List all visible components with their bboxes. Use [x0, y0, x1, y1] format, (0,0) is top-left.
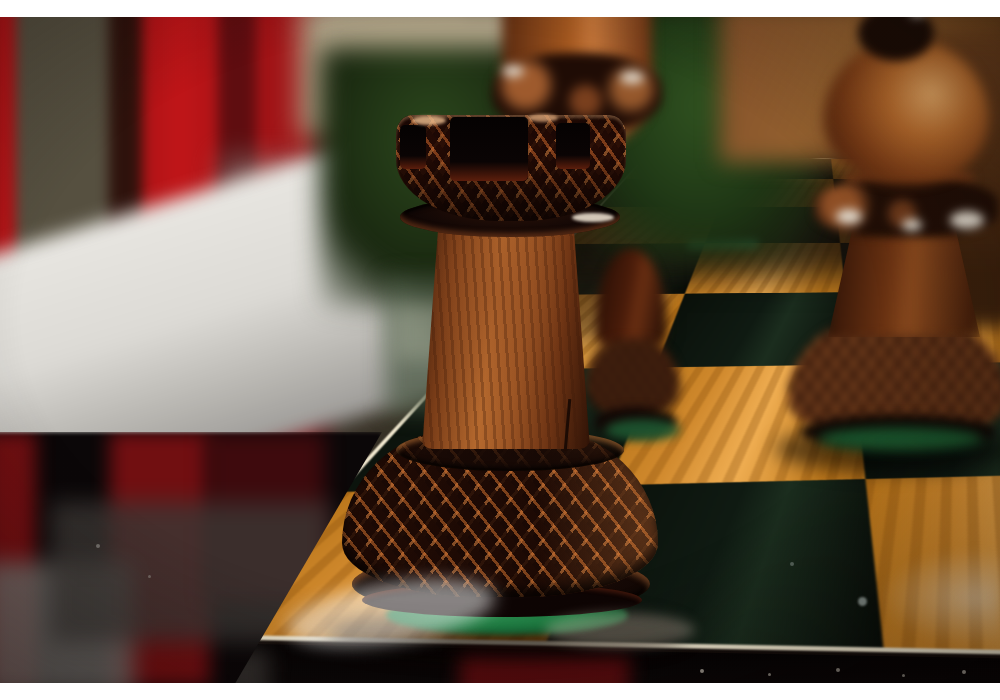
photo-canvas: [0, 0, 1000, 700]
vignette-overlay: [0, 17, 1000, 683]
chess-photo: [0, 17, 1000, 683]
